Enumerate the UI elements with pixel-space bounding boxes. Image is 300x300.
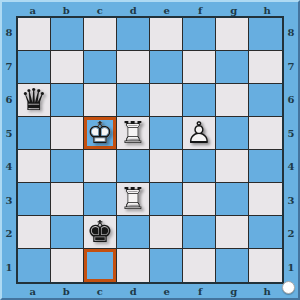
square-f6[interactable]	[183, 84, 216, 117]
square-g3[interactable]	[216, 183, 249, 216]
square-b2[interactable]	[51, 216, 84, 249]
square-c7[interactable]	[84, 51, 117, 84]
rank-labels-left: 87654321	[2, 16, 16, 284]
square-b3[interactable]	[51, 183, 84, 216]
file-label-a: a	[16, 286, 50, 297]
file-labels-bottom: abcdefgh	[16, 284, 284, 298]
file-label-h: h	[251, 286, 285, 297]
square-d7[interactable]	[117, 51, 150, 84]
piece-white-rook[interactable]: ♜♖	[117, 183, 149, 215]
file-labels-top: abcdefgh	[16, 2, 284, 16]
square-c5[interactable]: ♚♔	[84, 117, 117, 150]
rank-label-3: 3	[284, 184, 298, 218]
square-f4[interactable]	[183, 150, 216, 183]
file-label-f: f	[184, 5, 218, 16]
file-label-f: f	[184, 286, 218, 297]
square-g7[interactable]	[216, 51, 249, 84]
white-to-move-indicator	[282, 281, 295, 294]
square-e2[interactable]	[150, 216, 183, 249]
square-a1[interactable]	[18, 249, 51, 282]
rank-label-6: 6	[2, 83, 16, 117]
square-d5[interactable]: ♜♖	[117, 117, 150, 150]
square-d3[interactable]: ♜♖	[117, 183, 150, 216]
square-e3[interactable]	[150, 183, 183, 216]
square-b6[interactable]	[51, 84, 84, 117]
square-d8[interactable]	[117, 18, 150, 51]
square-f8[interactable]	[183, 18, 216, 51]
square-e6[interactable]	[150, 84, 183, 117]
square-g5[interactable]	[216, 117, 249, 150]
square-e1[interactable]	[150, 249, 183, 282]
rank-label-2: 2	[284, 217, 298, 251]
square-d6[interactable]	[117, 84, 150, 117]
square-h3[interactable]	[249, 183, 282, 216]
file-label-b: b	[50, 286, 84, 297]
file-label-e: e	[150, 5, 184, 16]
square-f3[interactable]	[183, 183, 216, 216]
square-b4[interactable]	[51, 150, 84, 183]
square-c3[interactable]	[84, 183, 117, 216]
file-label-d: d	[117, 5, 151, 16]
square-e8[interactable]	[150, 18, 183, 51]
square-d4[interactable]	[117, 150, 150, 183]
square-a3[interactable]	[18, 183, 51, 216]
square-e7[interactable]	[150, 51, 183, 84]
square-e4[interactable]	[150, 150, 183, 183]
rank-label-5: 5	[2, 117, 16, 151]
piece-white-king[interactable]: ♚♔	[84, 117, 116, 149]
rank-label-1: 1	[284, 251, 298, 285]
square-h1[interactable]	[249, 249, 282, 282]
square-c1[interactable]	[84, 249, 117, 282]
rank-label-1: 1	[2, 251, 16, 285]
square-h8[interactable]	[249, 18, 282, 51]
file-label-c: c	[83, 286, 117, 297]
square-a7[interactable]	[18, 51, 51, 84]
square-a2[interactable]	[18, 216, 51, 249]
rank-label-8: 8	[284, 16, 298, 50]
square-f7[interactable]	[183, 51, 216, 84]
square-a4[interactable]	[18, 150, 51, 183]
rank-label-5: 5	[284, 117, 298, 151]
file-label-d: d	[117, 286, 151, 297]
square-d2[interactable]	[117, 216, 150, 249]
square-a6[interactable]: ♛	[18, 84, 51, 117]
square-g6[interactable]	[216, 84, 249, 117]
rank-label-7: 7	[2, 50, 16, 84]
rank-label-8: 8	[2, 16, 16, 50]
piece-white-rook[interactable]: ♜♖	[117, 117, 149, 149]
rank-label-2: 2	[2, 217, 16, 251]
square-h6[interactable]	[249, 84, 282, 117]
rank-label-4: 4	[284, 150, 298, 184]
file-label-a: a	[16, 5, 50, 16]
piece-white-pawn[interactable]: ♟♙	[183, 117, 215, 149]
file-label-g: g	[217, 286, 251, 297]
square-b5[interactable]	[51, 117, 84, 150]
square-c2[interactable]: ♚	[84, 216, 117, 249]
rank-label-6: 6	[284, 83, 298, 117]
square-g8[interactable]	[216, 18, 249, 51]
file-label-c: c	[83, 5, 117, 16]
piece-black-king[interactable]: ♚	[84, 216, 116, 248]
rank-label-3: 3	[2, 184, 16, 218]
chess-board: abcdefgh abcdefgh 87654321 87654321 ♛♚♔♜…	[0, 0, 300, 300]
file-label-g: g	[217, 5, 251, 16]
square-d1[interactable]	[117, 249, 150, 282]
file-label-h: h	[251, 5, 285, 16]
rank-labels-right: 87654321	[284, 16, 298, 284]
square-g1[interactable]	[216, 249, 249, 282]
rank-label-4: 4	[2, 150, 16, 184]
file-label-b: b	[50, 5, 84, 16]
square-f2[interactable]	[183, 216, 216, 249]
rank-label-7: 7	[284, 50, 298, 84]
square-c4[interactable]	[84, 150, 117, 183]
file-label-e: e	[150, 286, 184, 297]
square-f5[interactable]: ♟♙	[183, 117, 216, 150]
square-h2[interactable]	[249, 216, 282, 249]
piece-black-queen[interactable]: ♛	[18, 84, 50, 116]
square-a8[interactable]	[18, 18, 51, 51]
square-b8[interactable]	[51, 18, 84, 51]
square-b1[interactable]	[51, 249, 84, 282]
square-h5[interactable]	[249, 117, 282, 150]
square-g4[interactable]	[216, 150, 249, 183]
square-h4[interactable]	[249, 150, 282, 183]
board-grid: ♛♚♔♜♖♟♙♜♖♚	[16, 16, 284, 284]
square-c8[interactable]	[84, 18, 117, 51]
square-b7[interactable]	[51, 51, 84, 84]
square-a5[interactable]	[18, 117, 51, 150]
square-c6[interactable]	[84, 84, 117, 117]
square-e5[interactable]	[150, 117, 183, 150]
square-g2[interactable]	[216, 216, 249, 249]
square-h7[interactable]	[249, 51, 282, 84]
square-f1[interactable]	[183, 249, 216, 282]
